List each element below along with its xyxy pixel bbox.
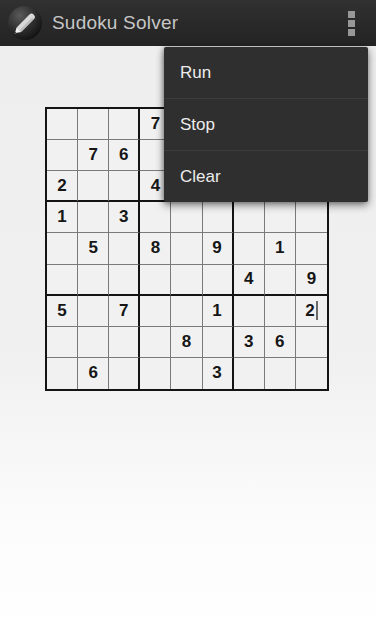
menu-item-stop[interactable]: Stop xyxy=(164,98,368,150)
cell-r7c2[interactable] xyxy=(78,296,109,327)
cell-r6c3[interactable] xyxy=(109,265,140,296)
cell-r4c6[interactable] xyxy=(203,202,234,233)
cell-r5c5[interactable] xyxy=(171,233,202,264)
cell-r1c2[interactable] xyxy=(78,109,109,140)
cell-r6c1[interactable] xyxy=(47,265,78,296)
cell-digit: 3 xyxy=(244,332,253,352)
cell-digit: 7 xyxy=(151,114,160,134)
cell-r9c7[interactable] xyxy=(234,358,265,389)
cell-r2c3[interactable]: 6 xyxy=(109,140,140,171)
cell-r8c8[interactable]: 6 xyxy=(265,327,296,358)
cell-digit: 1 xyxy=(57,207,66,227)
cell-r4c3[interactable]: 3 xyxy=(109,202,140,233)
cell-r7c7[interactable] xyxy=(234,296,265,327)
cell-r9c5[interactable] xyxy=(171,358,202,389)
cell-r4c5[interactable] xyxy=(171,202,202,233)
cell-r5c7[interactable] xyxy=(234,233,265,264)
cell-digit: 7 xyxy=(119,301,128,321)
cell-r9c3[interactable] xyxy=(109,358,140,389)
cell-r6c4[interactable] xyxy=(140,265,171,296)
cell-r9c2[interactable]: 6 xyxy=(78,358,109,389)
cell-r5c9[interactable] xyxy=(296,233,327,264)
cell-r7c5[interactable] xyxy=(171,296,202,327)
cell-r1c1[interactable] xyxy=(47,109,78,140)
cell-digit: 6 xyxy=(88,363,97,383)
cell-r9c6[interactable]: 3 xyxy=(203,358,234,389)
cell-r8c9[interactable] xyxy=(296,327,327,358)
cell-r8c2[interactable] xyxy=(78,327,109,358)
menu-item-clear[interactable]: Clear xyxy=(164,150,368,202)
app-title: Sudoku Solver xyxy=(52,12,178,34)
cell-r2c1[interactable] xyxy=(47,140,78,171)
text-cursor xyxy=(316,301,318,320)
cell-r7c9[interactable]: 2 xyxy=(296,296,327,327)
cell-r9c9[interactable] xyxy=(296,358,327,389)
cell-r3c3[interactable] xyxy=(109,171,140,202)
cell-digit: 5 xyxy=(57,301,66,321)
cell-r6c8[interactable] xyxy=(265,265,296,296)
cell-r8c6[interactable] xyxy=(203,327,234,358)
cell-digit: 5 xyxy=(88,238,97,258)
cell-r7c3[interactable]: 7 xyxy=(109,296,140,327)
cell-r4c2[interactable] xyxy=(78,202,109,233)
cell-r8c3[interactable] xyxy=(109,327,140,358)
cell-r8c4[interactable] xyxy=(140,327,171,358)
cell-r6c9[interactable]: 9 xyxy=(296,265,327,296)
cell-digit: 7 xyxy=(88,145,97,165)
cell-digit: 2 xyxy=(305,301,314,321)
cell-r6c6[interactable] xyxy=(203,265,234,296)
cell-r6c2[interactable] xyxy=(78,265,109,296)
app-screen: Sudoku Solver 7762413589149571283663 Run… xyxy=(0,0,376,640)
cell-digit: 2 xyxy=(57,176,66,196)
cell-r5c4[interactable]: 8 xyxy=(140,233,171,264)
cell-r4c7[interactable] xyxy=(234,202,265,233)
cell-r8c1[interactable] xyxy=(47,327,78,358)
cell-r5c3[interactable] xyxy=(109,233,140,264)
pencil-app-icon xyxy=(8,6,42,40)
cell-r3c2[interactable] xyxy=(78,171,109,202)
cell-r8c5[interactable]: 8 xyxy=(171,327,202,358)
cell-r4c8[interactable] xyxy=(265,202,296,233)
cell-r2c2[interactable]: 7 xyxy=(78,140,109,171)
cell-digit: 1 xyxy=(212,301,221,321)
menu-item-run[interactable]: Run xyxy=(164,47,368,98)
cell-digit: 8 xyxy=(182,332,191,352)
cell-r9c4[interactable] xyxy=(140,358,171,389)
cell-r4c4[interactable] xyxy=(140,202,171,233)
options-menu: Run Stop Clear xyxy=(164,47,368,202)
cell-r7c6[interactable]: 1 xyxy=(203,296,234,327)
cell-r5c1[interactable] xyxy=(47,233,78,264)
cell-r5c2[interactable]: 5 xyxy=(78,233,109,264)
cell-r7c1[interactable]: 5 xyxy=(47,296,78,327)
cell-digit: 4 xyxy=(151,176,160,196)
cell-r7c4[interactable] xyxy=(140,296,171,327)
cell-r5c6[interactable]: 9 xyxy=(203,233,234,264)
cell-digit: 8 xyxy=(151,238,160,258)
action-bar: Sudoku Solver xyxy=(0,0,376,46)
cell-r9c1[interactable] xyxy=(47,358,78,389)
cell-r4c9[interactable] xyxy=(296,202,327,233)
cell-digit: 1 xyxy=(275,238,284,258)
overflow-menu-icon[interactable] xyxy=(344,7,359,40)
cell-digit: 9 xyxy=(212,238,221,258)
cell-r7c8[interactable] xyxy=(265,296,296,327)
cell-r6c7[interactable]: 4 xyxy=(234,265,265,296)
cell-r4c1[interactable]: 1 xyxy=(47,202,78,233)
cell-r6c5[interactable] xyxy=(171,265,202,296)
cell-digit: 9 xyxy=(307,269,316,289)
cell-digit: 3 xyxy=(119,207,128,227)
cell-digit: 6 xyxy=(119,145,128,165)
cell-r5c8[interactable]: 1 xyxy=(265,233,296,264)
cell-r3c1[interactable]: 2 xyxy=(47,171,78,202)
cell-digit: 3 xyxy=(212,363,221,383)
cell-digit: 6 xyxy=(275,332,284,352)
cell-r1c3[interactable] xyxy=(109,109,140,140)
cell-digit: 4 xyxy=(244,269,253,289)
cell-r9c8[interactable] xyxy=(265,358,296,389)
cell-r8c7[interactable]: 3 xyxy=(234,327,265,358)
